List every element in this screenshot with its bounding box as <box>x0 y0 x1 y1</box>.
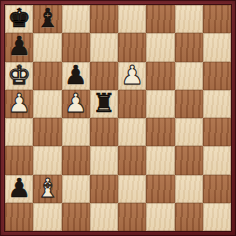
chess-board: ♚♝♟♚♟♟♟♟♜♟♝ <box>5 5 231 231</box>
chess-app: ♚♝♟♚♟♟♟♟♜♟♝ <box>0 0 236 236</box>
square-g7[interactable] <box>175 33 203 61</box>
square-f1[interactable] <box>146 203 174 231</box>
square-b8[interactable]: ♝ <box>33 5 61 33</box>
square-f8[interactable] <box>146 5 174 33</box>
square-e2[interactable] <box>118 175 146 203</box>
piece-white-king[interactable]: ♚ <box>7 62 30 88</box>
square-d7[interactable] <box>90 33 118 61</box>
square-a4[interactable] <box>5 118 33 146</box>
piece-black-pawn[interactable]: ♟ <box>7 33 30 59</box>
square-e7[interactable] <box>118 33 146 61</box>
square-e8[interactable] <box>118 5 146 33</box>
square-c4[interactable] <box>62 118 90 146</box>
piece-white-pawn[interactable]: ♟ <box>64 90 87 116</box>
square-g3[interactable] <box>175 146 203 174</box>
square-b7[interactable] <box>33 33 61 61</box>
square-a6[interactable]: ♚ <box>5 62 33 90</box>
square-h2[interactable] <box>203 175 231 203</box>
piece-black-pawn[interactable]: ♟ <box>64 62 87 88</box>
square-f4[interactable] <box>146 118 174 146</box>
square-c8[interactable] <box>62 5 90 33</box>
square-h1[interactable] <box>203 203 231 231</box>
square-g1[interactable] <box>175 203 203 231</box>
piece-white-pawn[interactable]: ♟ <box>7 90 30 116</box>
square-g8[interactable] <box>175 5 203 33</box>
square-d2[interactable] <box>90 175 118 203</box>
square-b5[interactable] <box>33 90 61 118</box>
square-a8[interactable]: ♚ <box>5 5 33 33</box>
square-d4[interactable] <box>90 118 118 146</box>
square-h3[interactable] <box>203 146 231 174</box>
piece-white-bishop[interactable]: ♝ <box>36 175 59 201</box>
square-d1[interactable] <box>90 203 118 231</box>
square-e4[interactable] <box>118 118 146 146</box>
piece-black-pawn[interactable]: ♟ <box>7 175 30 201</box>
square-a5[interactable]: ♟ <box>5 90 33 118</box>
square-h5[interactable] <box>203 90 231 118</box>
square-a2[interactable]: ♟ <box>5 175 33 203</box>
square-f6[interactable] <box>146 62 174 90</box>
square-b6[interactable] <box>33 62 61 90</box>
square-e1[interactable] <box>118 203 146 231</box>
square-c5[interactable]: ♟ <box>62 90 90 118</box>
square-d8[interactable] <box>90 5 118 33</box>
square-g2[interactable] <box>175 175 203 203</box>
square-g4[interactable] <box>175 118 203 146</box>
square-e6[interactable]: ♟ <box>118 62 146 90</box>
square-d6[interactable] <box>90 62 118 90</box>
square-g6[interactable] <box>175 62 203 90</box>
square-b1[interactable] <box>33 203 61 231</box>
square-f3[interactable] <box>146 146 174 174</box>
square-d3[interactable] <box>90 146 118 174</box>
square-h6[interactable] <box>203 62 231 90</box>
square-b3[interactable] <box>33 146 61 174</box>
square-f7[interactable] <box>146 33 174 61</box>
square-f5[interactable] <box>146 90 174 118</box>
square-d5[interactable]: ♜ <box>90 90 118 118</box>
square-a3[interactable] <box>5 146 33 174</box>
square-b2[interactable]: ♝ <box>33 175 61 203</box>
square-h7[interactable] <box>203 33 231 61</box>
square-e5[interactable] <box>118 90 146 118</box>
piece-black-king[interactable]: ♚ <box>7 5 30 31</box>
square-c2[interactable] <box>62 175 90 203</box>
square-b4[interactable] <box>33 118 61 146</box>
square-g5[interactable] <box>175 90 203 118</box>
square-h8[interactable] <box>203 5 231 33</box>
piece-black-rook[interactable]: ♜ <box>92 90 115 116</box>
square-f2[interactable] <box>146 175 174 203</box>
piece-black-bishop[interactable]: ♝ <box>36 5 59 31</box>
square-a1[interactable] <box>5 203 33 231</box>
square-e3[interactable] <box>118 146 146 174</box>
square-c1[interactable] <box>62 203 90 231</box>
piece-white-pawn[interactable]: ♟ <box>120 62 143 88</box>
square-c7[interactable] <box>62 33 90 61</box>
square-a7[interactable]: ♟ <box>5 33 33 61</box>
square-c3[interactable] <box>62 146 90 174</box>
square-h4[interactable] <box>203 118 231 146</box>
square-c6[interactable]: ♟ <box>62 62 90 90</box>
